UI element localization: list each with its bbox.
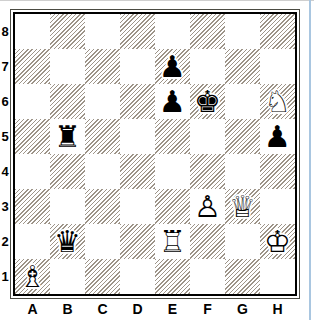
square-b7: [50, 49, 85, 84]
square-d7: [120, 49, 155, 84]
square-f1: [190, 259, 225, 294]
square-g5: [225, 119, 260, 154]
rank-labels: 87654321: [0, 14, 10, 294]
square-a2: [15, 224, 50, 259]
chess-board: ♟♟♚♞♘♜♟♟♙♛♕♛♜♖♚♔♝♗: [15, 14, 295, 294]
square-a3: [15, 189, 50, 224]
square-c7: [85, 49, 120, 84]
black-pawn-h5: ♟: [260, 119, 295, 154]
square-h3: [260, 189, 295, 224]
rank-label-5: 5: [0, 119, 10, 154]
square-b4: [50, 154, 85, 189]
square-e6: ♟: [155, 84, 190, 119]
square-d3: [120, 189, 155, 224]
file-label-e: E: [155, 301, 190, 319]
square-h6: ♞♘: [260, 84, 295, 119]
square-g2: [225, 224, 260, 259]
square-c6: [85, 84, 120, 119]
square-c4: [85, 154, 120, 189]
file-label-d: D: [120, 301, 155, 319]
square-a8: [15, 14, 50, 49]
square-a4: [15, 154, 50, 189]
black-pawn-e6: ♟: [155, 84, 190, 119]
square-b8: [50, 14, 85, 49]
square-g3: ♛♕: [225, 189, 260, 224]
square-c8: [85, 14, 120, 49]
square-c5: [85, 119, 120, 154]
square-e4: [155, 154, 190, 189]
square-f8: [190, 14, 225, 49]
square-f7: [190, 49, 225, 84]
rank-label-2: 2: [0, 224, 10, 259]
square-c2: [85, 224, 120, 259]
rank-label-6: 6: [0, 84, 10, 119]
image-top-border: [0, 0, 314, 1]
square-a7: [15, 49, 50, 84]
file-labels: ABCDEFGH: [15, 301, 295, 319]
file-label-b: B: [50, 301, 85, 319]
square-c3: [85, 189, 120, 224]
square-g4: [225, 154, 260, 189]
square-f2: [190, 224, 225, 259]
square-h1: [260, 259, 295, 294]
board-outer-frame: ♟♟♚♞♘♜♟♟♙♛♕♛♜♖♚♔♝♗: [10, 9, 300, 299]
square-h8: [260, 14, 295, 49]
square-e1: [155, 259, 190, 294]
chess-diagram: ♟♟♚♞♘♜♟♟♙♛♕♛♜♖♚♔♝♗ 87654321 ABCDEFGH: [0, 0, 314, 320]
square-g8: [225, 14, 260, 49]
file-label-g: G: [225, 301, 260, 319]
square-f6: ♚: [190, 84, 225, 119]
black-king-f6: ♚: [190, 84, 225, 119]
rank-label-7: 7: [0, 49, 10, 84]
rank-label-1: 1: [0, 259, 10, 294]
square-d1: [120, 259, 155, 294]
square-d4: [120, 154, 155, 189]
black-queen-b2: ♛: [50, 224, 85, 259]
square-b6: [50, 84, 85, 119]
square-b1: [50, 259, 85, 294]
white-bishop-a1: ♝♗: [15, 259, 50, 294]
square-d6: [120, 84, 155, 119]
black-rook-b5: ♜: [50, 119, 85, 154]
square-b3: [50, 189, 85, 224]
square-a5: [15, 119, 50, 154]
white-king-h2: ♚♔: [260, 224, 295, 259]
rank-label-3: 3: [0, 189, 10, 224]
white-knight-h6: ♞♘: [260, 84, 295, 119]
square-a1: ♝♗: [15, 259, 50, 294]
file-label-f: F: [190, 301, 225, 319]
square-g7: [225, 49, 260, 84]
square-e2: ♜♖: [155, 224, 190, 259]
square-h2: ♚♔: [260, 224, 295, 259]
board-frame: ♟♟♚♞♘♜♟♟♙♛♕♛♜♖♚♔♝♗: [13, 12, 297, 296]
white-rook-e2: ♜♖: [155, 224, 190, 259]
square-f4: [190, 154, 225, 189]
square-g6: [225, 84, 260, 119]
square-e5: [155, 119, 190, 154]
square-d2: [120, 224, 155, 259]
square-d8: [120, 14, 155, 49]
square-h4: [260, 154, 295, 189]
square-b5: ♜: [50, 119, 85, 154]
square-c1: [85, 259, 120, 294]
black-pawn-e7: ♟: [155, 49, 190, 84]
square-e7: ♟: [155, 49, 190, 84]
square-b2: ♛: [50, 224, 85, 259]
square-d5: [120, 119, 155, 154]
file-label-a: A: [15, 301, 50, 319]
rank-label-8: 8: [0, 14, 10, 49]
square-a6: [15, 84, 50, 119]
rank-label-4: 4: [0, 154, 10, 189]
image-right-border: [309, 0, 311, 320]
square-f3: ♟♙: [190, 189, 225, 224]
square-g1: [225, 259, 260, 294]
file-label-h: H: [260, 301, 295, 319]
file-label-c: C: [85, 301, 120, 319]
white-queen-g3: ♛♕: [225, 189, 260, 224]
square-f5: [190, 119, 225, 154]
square-h5: ♟: [260, 119, 295, 154]
square-e3: [155, 189, 190, 224]
white-pawn-f3: ♟♙: [190, 189, 225, 224]
square-h7: [260, 49, 295, 84]
square-e8: [155, 14, 190, 49]
